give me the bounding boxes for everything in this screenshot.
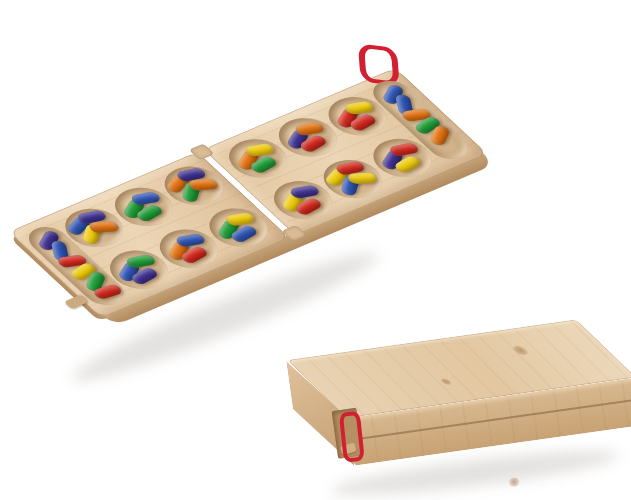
pellet-yellow bbox=[346, 172, 378, 184]
wood-knot-icon bbox=[438, 378, 453, 385]
pellet-orange bbox=[88, 221, 120, 233]
wood-knot-icon bbox=[508, 477, 521, 488]
open-mancala-board bbox=[9, 68, 488, 319]
pellet-orange bbox=[187, 179, 219, 191]
wood-knot-icon bbox=[509, 345, 531, 356]
product-photo-scene bbox=[0, 0, 631, 500]
